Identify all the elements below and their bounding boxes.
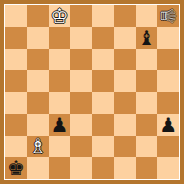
square-e3[interactable] <box>92 114 114 136</box>
square-a8[interactable] <box>5 5 27 27</box>
square-b5[interactable] <box>27 70 49 92</box>
square-g3[interactable] <box>136 114 158 136</box>
square-f4[interactable] <box>114 92 136 114</box>
square-e4[interactable] <box>92 92 114 114</box>
square-h7[interactable] <box>157 27 179 49</box>
chessboard: ♔♕♝♟♟♗♚ <box>5 5 179 179</box>
square-a1[interactable]: ♚ <box>5 157 27 179</box>
square-c2[interactable] <box>49 136 71 158</box>
square-e6[interactable] <box>92 49 114 71</box>
black-bishop[interactable]: ♝ <box>137 28 155 48</box>
black-pawn[interactable]: ♟ <box>159 115 177 135</box>
square-c8[interactable]: ♔ <box>49 5 71 27</box>
square-h8[interactable]: ♕ <box>157 5 179 27</box>
square-f5[interactable] <box>114 70 136 92</box>
square-h6[interactable] <box>157 49 179 71</box>
square-d5[interactable] <box>70 70 92 92</box>
black-king[interactable]: ♚ <box>7 158 25 178</box>
square-a3[interactable] <box>5 114 27 136</box>
square-d8[interactable] <box>70 5 92 27</box>
square-f1[interactable] <box>114 157 136 179</box>
square-f6[interactable] <box>114 49 136 71</box>
square-e2[interactable] <box>92 136 114 158</box>
square-b8[interactable] <box>27 5 49 27</box>
square-e5[interactable] <box>92 70 114 92</box>
square-c3[interactable]: ♟ <box>49 114 71 136</box>
square-e8[interactable] <box>92 5 114 27</box>
square-d4[interactable] <box>70 92 92 114</box>
square-f7[interactable] <box>114 27 136 49</box>
square-d1[interactable] <box>70 157 92 179</box>
square-g2[interactable] <box>136 136 158 158</box>
square-h2[interactable] <box>157 136 179 158</box>
square-h1[interactable] <box>157 157 179 179</box>
square-a5[interactable] <box>5 70 27 92</box>
square-g8[interactable] <box>136 5 158 27</box>
square-b7[interactable] <box>27 27 49 49</box>
square-e7[interactable] <box>92 27 114 49</box>
white-bishop[interactable]: ♗ <box>29 136 47 156</box>
square-a7[interactable] <box>5 27 27 49</box>
square-b1[interactable] <box>27 157 49 179</box>
square-b2[interactable]: ♗ <box>27 136 49 158</box>
square-g1[interactable] <box>136 157 158 179</box>
chessboard-inner-line: ♔♕♝♟♟♗♚ <box>4 4 180 180</box>
square-c7[interactable] <box>49 27 71 49</box>
square-h3[interactable]: ♟ <box>157 114 179 136</box>
white-queen-rotated[interactable]: ♕ <box>158 7 178 25</box>
square-c5[interactable] <box>49 70 71 92</box>
square-c6[interactable] <box>49 49 71 71</box>
square-g4[interactable] <box>136 92 158 114</box>
square-f3[interactable] <box>114 114 136 136</box>
square-e1[interactable] <box>92 157 114 179</box>
square-d7[interactable] <box>70 27 92 49</box>
square-a2[interactable] <box>5 136 27 158</box>
square-g7[interactable]: ♝ <box>136 27 158 49</box>
square-b3[interactable] <box>27 114 49 136</box>
chessboard-frame: ♔♕♝♟♟♗♚ <box>0 0 184 184</box>
square-d3[interactable] <box>70 114 92 136</box>
square-c4[interactable] <box>49 92 71 114</box>
square-h4[interactable] <box>157 92 179 114</box>
square-g6[interactable] <box>136 49 158 71</box>
square-b4[interactable] <box>27 92 49 114</box>
square-g5[interactable] <box>136 70 158 92</box>
square-f2[interactable] <box>114 136 136 158</box>
square-b6[interactable] <box>27 49 49 71</box>
white-king[interactable]: ♔ <box>50 6 68 26</box>
square-h5[interactable] <box>157 70 179 92</box>
square-a4[interactable] <box>5 92 27 114</box>
square-d2[interactable] <box>70 136 92 158</box>
square-a6[interactable] <box>5 49 27 71</box>
black-pawn[interactable]: ♟ <box>50 115 68 135</box>
square-d6[interactable] <box>70 49 92 71</box>
square-c1[interactable] <box>49 157 71 179</box>
square-f8[interactable] <box>114 5 136 27</box>
